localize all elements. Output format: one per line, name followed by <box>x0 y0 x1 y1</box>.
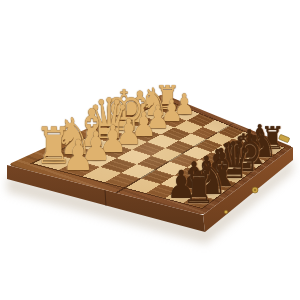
piece-white-pawn-a2[interactable]: ♟ <box>60 135 96 177</box>
chess-set-photo: ♜♞♟♟♝♟♚♟♛♟♟♝♜♟♟♞♞♟♟♝♜♟♟♚♟♛♟♝♟♞♟♜ <box>0 0 300 300</box>
brass-latch-icon <box>252 187 258 193</box>
brass-pin-icon <box>224 210 228 214</box>
piece-black-rook-a8[interactable]: ♜ <box>180 166 217 210</box>
